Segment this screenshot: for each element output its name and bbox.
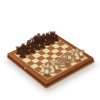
square-a7[interactable]: ♟ <box>18 55 27 60</box>
board-grid: ♜♞♝♛♚♝♞♜♟♟♟♟♟♟♟♟♟♟♟♟♟♟♟♟♜♞♝♛♚♝♞♜ <box>14 36 86 79</box>
square-a1[interactable]: ♜ <box>42 73 52 79</box>
black-pawn-icon: ♟ <box>18 49 27 59</box>
hinge-icon <box>24 67 27 69</box>
photo-background: ♜♞♝♛♚♝♞♜♟♟♟♟♟♟♟♟♟♟♟♟♟♟♟♟♜♞♝♛♚♝♞♜ <box>0 0 100 100</box>
chess-board: ♜♞♝♛♚♝♞♜♟♟♟♟♟♟♟♟♟♟♟♟♟♟♟♟♜♞♝♛♚♝♞♜ <box>7 33 94 85</box>
